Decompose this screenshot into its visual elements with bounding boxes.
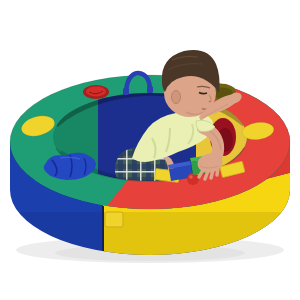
baby-ear <box>172 91 181 104</box>
red-button <box>83 85 109 99</box>
product-photo <box>0 0 300 300</box>
velcro-tab <box>105 212 123 227</box>
play-ring-scene <box>0 0 300 300</box>
